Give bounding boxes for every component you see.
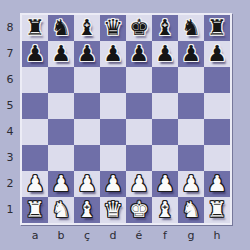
square-d1[interactable]: ♛ [100,197,126,223]
black-pawn: ♟ [178,41,204,67]
square-c2[interactable]: ♟ [74,171,100,197]
square-b4[interactable] [48,119,74,145]
file-label-b: b [48,229,74,242]
black-bishop: ♝ [74,15,100,41]
file-label-d: d [100,229,126,242]
square-a8[interactable]: ♜ [22,15,48,41]
square-a5[interactable] [22,93,48,119]
square-e6[interactable] [126,67,152,93]
black-pawn: ♟ [74,41,100,67]
white-rook: ♜ [204,197,230,223]
rank-label-7: 7 [0,41,20,67]
white-pawn: ♟ [100,171,126,197]
square-a3[interactable] [22,145,48,171]
square-g3[interactable] [178,145,204,171]
square-f6[interactable] [152,67,178,93]
black-pawn: ♟ [48,41,74,67]
square-d8[interactable]: ♛ [100,15,126,41]
square-h6[interactable] [204,67,230,93]
square-e8[interactable]: ♚ [126,15,152,41]
black-rook: ♜ [204,15,230,41]
rank-label-4: 4 [0,119,20,145]
chess-board: ♜♞♝♛♚♝♞♜♟♟♟♟♟♟♟♟♟♟♟♟♟♟♟♟♜♞♝♛♚♝♞♜ [20,13,232,225]
rank-labels: 87654321 [0,13,20,225]
black-knight: ♞ [178,15,204,41]
white-queen: ♛ [100,197,126,223]
square-a6[interactable] [22,67,48,93]
black-bishop: ♝ [152,15,178,41]
square-a2[interactable]: ♟ [22,171,48,197]
black-king: ♚ [126,15,152,41]
square-d5[interactable] [100,93,126,119]
white-pawn: ♟ [74,171,100,197]
square-h2[interactable]: ♟ [204,171,230,197]
chess-app: 87654321 ♜♞♝♛♚♝♞♜♟♟♟♟♟♟♟♟♟♟♟♟♟♟♟♟♜♞♝♛♚♝♞… [0,0,250,250]
rank-label-1: 1 [0,197,20,223]
square-f5[interactable] [152,93,178,119]
square-d3[interactable] [100,145,126,171]
square-g8[interactable]: ♞ [178,15,204,41]
square-a7[interactable]: ♟ [22,41,48,67]
square-g5[interactable] [178,93,204,119]
square-g4[interactable] [178,119,204,145]
square-b7[interactable]: ♟ [48,41,74,67]
square-d6[interactable] [100,67,126,93]
square-g6[interactable] [178,67,204,93]
black-rook: ♜ [22,15,48,41]
square-e5[interactable] [126,93,152,119]
square-d4[interactable] [100,119,126,145]
square-f3[interactable] [152,145,178,171]
file-labels: abçdéfgh [20,229,232,242]
square-c4[interactable] [74,119,100,145]
square-e3[interactable] [126,145,152,171]
square-f2[interactable]: ♟ [152,171,178,197]
square-b2[interactable]: ♟ [48,171,74,197]
square-c5[interactable] [74,93,100,119]
white-pawn: ♟ [48,171,74,197]
white-pawn: ♟ [126,171,152,197]
square-e2[interactable]: ♟ [126,171,152,197]
square-e4[interactable] [126,119,152,145]
black-pawn: ♟ [152,41,178,67]
square-d7[interactable]: ♟ [100,41,126,67]
square-a1[interactable]: ♜ [22,197,48,223]
file-label-g: g [178,229,204,242]
white-pawn: ♟ [204,171,230,197]
file-label-f: f [152,229,178,242]
square-h8[interactable]: ♜ [204,15,230,41]
black-pawn: ♟ [22,41,48,67]
square-g1[interactable]: ♞ [178,197,204,223]
black-pawn: ♟ [126,41,152,67]
white-knight: ♞ [48,197,74,223]
white-bishop: ♝ [74,197,100,223]
square-c1[interactable]: ♝ [74,197,100,223]
black-pawn: ♟ [204,41,230,67]
white-bishop: ♝ [152,197,178,223]
square-c8[interactable]: ♝ [74,15,100,41]
square-b6[interactable] [48,67,74,93]
square-e1[interactable]: ♚ [126,197,152,223]
rank-label-2: 2 [0,171,20,197]
white-king: ♚ [126,197,152,223]
square-c7[interactable]: ♟ [74,41,100,67]
square-g7[interactable]: ♟ [178,41,204,67]
square-h5[interactable] [204,93,230,119]
file-label-h: h [204,229,230,242]
rank-label-8: 8 [0,15,20,41]
square-a4[interactable] [22,119,48,145]
white-pawn: ♟ [22,171,48,197]
white-pawn: ♟ [178,171,204,197]
square-g2[interactable]: ♟ [178,171,204,197]
white-rook: ♜ [22,197,48,223]
rank-label-6: 6 [0,67,20,93]
square-h4[interactable] [204,119,230,145]
square-b3[interactable] [48,145,74,171]
square-h1[interactable]: ♜ [204,197,230,223]
square-h3[interactable] [204,145,230,171]
square-c6[interactable] [74,67,100,93]
rank-label-3: 3 [0,145,20,171]
square-b1[interactable]: ♞ [48,197,74,223]
square-h7[interactable]: ♟ [204,41,230,67]
file-label-e: é [126,229,152,242]
square-b8[interactable]: ♞ [48,15,74,41]
square-f8[interactable]: ♝ [152,15,178,41]
file-label-a: a [22,229,48,242]
black-queen: ♛ [100,15,126,41]
white-knight: ♞ [178,197,204,223]
square-f4[interactable] [152,119,178,145]
square-d2[interactable]: ♟ [100,171,126,197]
square-c3[interactable] [74,145,100,171]
white-pawn: ♟ [152,171,178,197]
black-pawn: ♟ [100,41,126,67]
square-f1[interactable]: ♝ [152,197,178,223]
square-b5[interactable] [48,93,74,119]
file-label-c: ç [74,229,100,242]
rank-label-5: 5 [0,93,20,119]
square-e7[interactable]: ♟ [126,41,152,67]
black-knight: ♞ [48,15,74,41]
square-f7[interactable]: ♟ [152,41,178,67]
